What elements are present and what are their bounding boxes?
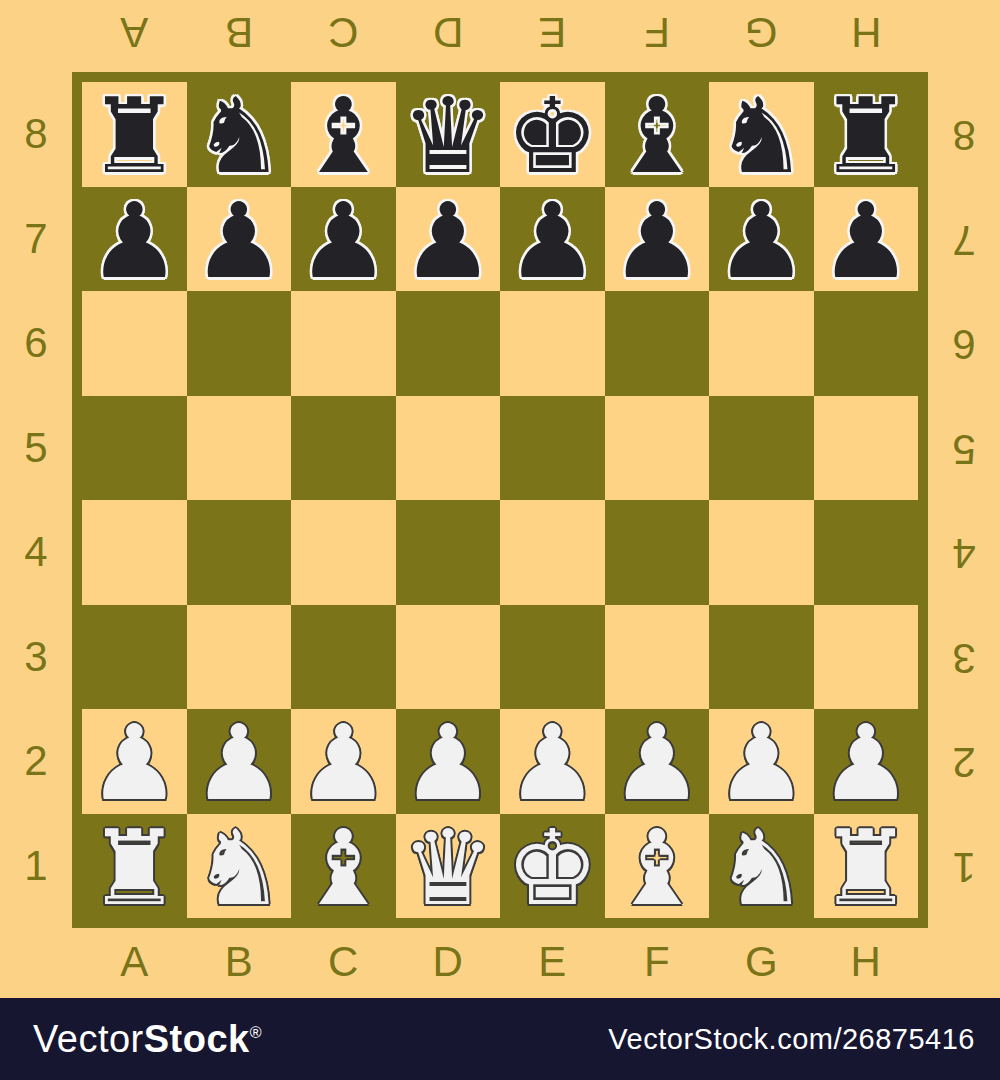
square-a6 [82,291,187,396]
white-pawn: ♟ [610,711,703,815]
rank-label-6: 6 [940,291,988,396]
square-c4 [291,500,396,605]
square-b4 [187,500,292,605]
rank-label-2: 2 [12,709,60,814]
square-a2: ♟ [82,709,187,814]
rank-label-8: 8 [940,82,988,187]
square-g2: ♟ [709,709,814,814]
square-b1: ♞ [187,814,292,919]
rank-label-7: 7 [940,187,988,292]
square-c6 [291,291,396,396]
white-pawn: ♟ [819,711,912,815]
watermark-bar: VectorStock® VectorStock.com/26875416 [0,998,1000,1080]
black-pawn: ♟ [715,189,808,293]
white-bishop: ♝ [610,816,703,920]
black-pawn: ♟ [192,189,285,293]
square-b3 [187,605,292,710]
square-g5 [709,396,814,501]
square-e2: ♟ [500,709,605,814]
file-label-f: F [605,932,710,992]
square-b5 [187,396,292,501]
square-h5 [814,396,919,501]
file-label-h: H [814,932,919,992]
square-g8: ♞ [709,82,814,187]
square-e1: ♚ [500,814,605,919]
rank-label-5: 5 [940,396,988,501]
file-label-c: C [291,4,396,60]
square-c3 [291,605,396,710]
black-pawn: ♟ [506,189,599,293]
black-queen: ♛ [401,84,494,188]
square-h3 [814,605,919,710]
square-h2: ♟ [814,709,919,814]
rank-label-7: 7 [12,187,60,292]
square-e6 [500,291,605,396]
square-g1: ♞ [709,814,814,919]
square-b8: ♞ [187,82,292,187]
square-g6 [709,291,814,396]
rank-label-2: 2 [940,709,988,814]
square-f7: ♟ [605,187,710,292]
registered-trademark-icon: ® [250,1024,262,1041]
square-a4 [82,500,187,605]
white-pawn: ♟ [401,711,494,815]
watermark-brand-suffix: Stock [144,1018,250,1060]
square-d2: ♟ [396,709,501,814]
file-label-h: H [814,4,919,60]
file-label-b: B [187,4,292,60]
square-a8: ♜ [82,82,187,187]
rank-label-1: 1 [940,814,988,919]
watermark-brand-prefix: Vector [33,1018,144,1060]
square-h8: ♜ [814,82,919,187]
square-a5 [82,396,187,501]
black-knight: ♞ [715,84,808,188]
rank-label-3: 3 [940,605,988,710]
square-d5 [396,396,501,501]
file-labels-top: ABCDEFGH [82,4,918,60]
black-bishop: ♝ [610,84,703,188]
file-label-g: G [709,932,814,992]
rank-label-1: 1 [12,814,60,919]
square-f5 [605,396,710,501]
white-knight: ♞ [715,816,808,920]
rank-label-4: 4 [12,500,60,605]
black-pawn: ♟ [610,189,703,293]
square-a7: ♟ [82,187,187,292]
square-f1: ♝ [605,814,710,919]
square-h6 [814,291,919,396]
chess-board: ♜♞♝♛♚♝♞♜♟♟♟♟♟♟♟♟♟♟♟♟♟♟♟♟♜♞♝♛♚♝♞♜ [72,72,928,928]
file-label-e: E [500,4,605,60]
file-label-c: C [291,932,396,992]
white-pawn: ♟ [297,711,390,815]
square-c1: ♝ [291,814,396,919]
square-e5 [500,396,605,501]
rank-labels-left: 87654321 [12,82,60,918]
square-d8: ♛ [396,82,501,187]
file-label-d: D [396,932,501,992]
square-e7: ♟ [500,187,605,292]
square-b2: ♟ [187,709,292,814]
file-label-e: E [500,932,605,992]
file-label-b: B [187,932,292,992]
square-d1: ♛ [396,814,501,919]
square-g7: ♟ [709,187,814,292]
rank-label-4: 4 [940,500,988,605]
square-g3 [709,605,814,710]
black-rook: ♜ [88,84,181,188]
square-a1: ♜ [82,814,187,919]
black-pawn: ♟ [401,189,494,293]
file-labels-bottom: ABCDEFGH [82,932,918,992]
square-d4 [396,500,501,605]
white-knight: ♞ [192,816,285,920]
white-rook: ♜ [819,816,912,920]
white-bishop: ♝ [297,816,390,920]
black-knight: ♞ [192,84,285,188]
square-e8: ♚ [500,82,605,187]
black-rook: ♜ [819,84,912,188]
file-label-a: A [82,4,187,60]
square-b6 [187,291,292,396]
rank-label-8: 8 [12,82,60,187]
white-pawn: ♟ [88,711,181,815]
square-a3 [82,605,187,710]
square-f2: ♟ [605,709,710,814]
square-d6 [396,291,501,396]
rank-labels-right: 87654321 [940,82,988,918]
square-c5 [291,396,396,501]
white-rook: ♜ [88,816,181,920]
square-f8: ♝ [605,82,710,187]
square-f6 [605,291,710,396]
white-pawn: ♟ [192,711,285,815]
square-e3 [500,605,605,710]
file-label-g: G [709,4,814,60]
square-h1: ♜ [814,814,919,919]
black-bishop: ♝ [297,84,390,188]
watermark-url: VectorStock.com/26875416 [608,1023,975,1056]
file-label-d: D [396,4,501,60]
square-f4 [605,500,710,605]
rank-label-6: 6 [12,291,60,396]
watermark-brand: VectorStock® [33,1018,262,1061]
square-g4 [709,500,814,605]
white-king: ♚ [506,816,599,920]
rank-label-3: 3 [12,605,60,710]
black-pawn: ♟ [297,189,390,293]
black-pawn: ♟ [819,189,912,293]
square-b7: ♟ [187,187,292,292]
square-d7: ♟ [396,187,501,292]
file-label-a: A [82,932,187,992]
white-pawn: ♟ [506,711,599,815]
square-c8: ♝ [291,82,396,187]
black-king: ♚ [506,84,599,188]
square-c7: ♟ [291,187,396,292]
rank-label-5: 5 [12,396,60,501]
square-h7: ♟ [814,187,919,292]
square-d3 [396,605,501,710]
black-pawn: ♟ [88,189,181,293]
white-pawn: ♟ [715,711,808,815]
square-e4 [500,500,605,605]
square-f3 [605,605,710,710]
square-h4 [814,500,919,605]
white-queen: ♛ [401,816,494,920]
file-label-f: F [605,4,710,60]
square-c2: ♟ [291,709,396,814]
